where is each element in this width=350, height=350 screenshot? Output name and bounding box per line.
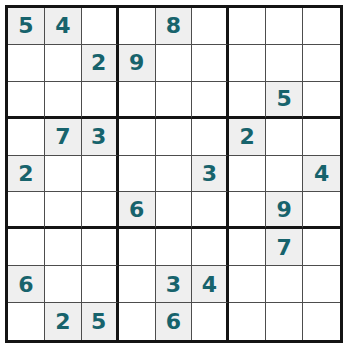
cell-r7c2[interactable] bbox=[45, 229, 82, 266]
cell-r6c1[interactable] bbox=[8, 192, 45, 229]
cell-r4c9[interactable] bbox=[303, 119, 340, 156]
cell-r4c5[interactable] bbox=[156, 119, 193, 156]
cell-r6c4[interactable]: 6 bbox=[119, 192, 156, 229]
cell-r5c3[interactable] bbox=[82, 156, 119, 193]
cell-r6c9[interactable] bbox=[303, 192, 340, 229]
cell-r3c9[interactable] bbox=[303, 82, 340, 119]
cell-r5c6[interactable]: 3 bbox=[192, 156, 229, 193]
cell-r6c8[interactable]: 9 bbox=[266, 192, 303, 229]
cell-r2c5[interactable] bbox=[156, 45, 193, 82]
cell-r2c7[interactable] bbox=[229, 45, 266, 82]
cell-r9c2[interactable]: 2 bbox=[45, 303, 82, 340]
cell-r8c1[interactable]: 6 bbox=[8, 266, 45, 303]
cell-r1c6[interactable] bbox=[192, 8, 229, 45]
cell-r7c1[interactable] bbox=[8, 229, 45, 266]
sudoku-board: 548295732234697634256 bbox=[5, 5, 343, 343]
cell-r5c4[interactable] bbox=[119, 156, 156, 193]
cell-r3c2[interactable] bbox=[45, 82, 82, 119]
cell-r5c1[interactable]: 2 bbox=[8, 156, 45, 193]
cell-r4c1[interactable] bbox=[8, 119, 45, 156]
cell-r9c3[interactable]: 5 bbox=[82, 303, 119, 340]
cell-r2c9[interactable] bbox=[303, 45, 340, 82]
cell-r2c8[interactable] bbox=[266, 45, 303, 82]
cell-r8c7[interactable] bbox=[229, 266, 266, 303]
cell-r7c3[interactable] bbox=[82, 229, 119, 266]
cell-r9c1[interactable] bbox=[8, 303, 45, 340]
cell-r8c2[interactable] bbox=[45, 266, 82, 303]
cell-r6c3[interactable] bbox=[82, 192, 119, 229]
cell-r5c7[interactable] bbox=[229, 156, 266, 193]
cell-r7c6[interactable] bbox=[192, 229, 229, 266]
cell-r9c9[interactable] bbox=[303, 303, 340, 340]
cell-r7c9[interactable] bbox=[303, 229, 340, 266]
cell-r7c8[interactable]: 7 bbox=[266, 229, 303, 266]
cell-r9c6[interactable] bbox=[192, 303, 229, 340]
cell-r9c7[interactable] bbox=[229, 303, 266, 340]
cell-r3c7[interactable] bbox=[229, 82, 266, 119]
cell-r5c5[interactable] bbox=[156, 156, 193, 193]
cell-r9c4[interactable] bbox=[119, 303, 156, 340]
cell-r3c4[interactable] bbox=[119, 82, 156, 119]
cell-r1c8[interactable] bbox=[266, 8, 303, 45]
cell-r2c3[interactable]: 2 bbox=[82, 45, 119, 82]
cell-r5c9[interactable]: 4 bbox=[303, 156, 340, 193]
sudoku-page: 548295732234697634256 bbox=[0, 0, 340, 340]
cell-r2c2[interactable] bbox=[45, 45, 82, 82]
cell-r1c9[interactable] bbox=[303, 8, 340, 45]
cell-r4c8[interactable] bbox=[266, 119, 303, 156]
cell-r7c5[interactable] bbox=[156, 229, 193, 266]
cell-r1c4[interactable] bbox=[119, 8, 156, 45]
cell-r8c3[interactable] bbox=[82, 266, 119, 303]
cell-r4c7[interactable]: 2 bbox=[229, 119, 266, 156]
cell-r1c5[interactable]: 8 bbox=[156, 8, 193, 45]
cell-r9c8[interactable] bbox=[266, 303, 303, 340]
cell-r3c8[interactable]: 5 bbox=[266, 82, 303, 119]
cell-r3c3[interactable] bbox=[82, 82, 119, 119]
cell-r8c4[interactable] bbox=[119, 266, 156, 303]
cell-r2c1[interactable] bbox=[8, 45, 45, 82]
cell-r2c6[interactable] bbox=[192, 45, 229, 82]
cell-r4c2[interactable]: 7 bbox=[45, 119, 82, 156]
cell-r1c2[interactable]: 4 bbox=[45, 8, 82, 45]
cell-r4c4[interactable] bbox=[119, 119, 156, 156]
cell-r3c1[interactable] bbox=[8, 82, 45, 119]
cell-r9c5[interactable]: 6 bbox=[156, 303, 193, 340]
cell-r1c1[interactable]: 5 bbox=[8, 8, 45, 45]
cell-r2c4[interactable]: 9 bbox=[119, 45, 156, 82]
cell-r1c3[interactable] bbox=[82, 8, 119, 45]
cell-r8c5[interactable]: 3 bbox=[156, 266, 193, 303]
cell-r7c7[interactable] bbox=[229, 229, 266, 266]
cell-r6c5[interactable] bbox=[156, 192, 193, 229]
cell-r8c8[interactable] bbox=[266, 266, 303, 303]
cell-r5c2[interactable] bbox=[45, 156, 82, 193]
cell-r4c6[interactable] bbox=[192, 119, 229, 156]
cell-r3c5[interactable] bbox=[156, 82, 193, 119]
cell-r8c6[interactable]: 4 bbox=[192, 266, 229, 303]
cell-r6c2[interactable] bbox=[45, 192, 82, 229]
cell-r3c6[interactable] bbox=[192, 82, 229, 119]
cell-r4c3[interactable]: 3 bbox=[82, 119, 119, 156]
cell-r1c7[interactable] bbox=[229, 8, 266, 45]
cell-r6c6[interactable] bbox=[192, 192, 229, 229]
cell-r5c8[interactable] bbox=[266, 156, 303, 193]
cell-r7c4[interactable] bbox=[119, 229, 156, 266]
cell-r6c7[interactable] bbox=[229, 192, 266, 229]
cell-r8c9[interactable] bbox=[303, 266, 340, 303]
